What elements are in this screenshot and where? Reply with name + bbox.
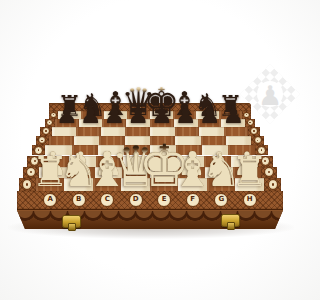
- file-label-e: E: [150, 191, 179, 210]
- frame-medallion: [22, 179, 32, 189]
- square-d2: [122, 167, 150, 179]
- frame-left-rank-4: [32, 145, 46, 155]
- file-medallion-d: D: [129, 193, 143, 207]
- board-frame-top-medallions: [58, 105, 242, 111]
- frame-medallion: [30, 156, 39, 165]
- square-g8: [196, 111, 219, 119]
- chess-logo-watermark: ♟: [240, 55, 300, 140]
- medallion-dot: [53, 114, 54, 115]
- file-letter: A: [48, 196, 53, 203]
- square-d1: [121, 178, 150, 190]
- square-c5: [99, 136, 124, 146]
- frame-right-rank-4: [255, 145, 269, 155]
- square-b5: [74, 136, 99, 146]
- frame-medallion: [257, 146, 266, 155]
- square-c4: [98, 145, 124, 155]
- square-g2: [205, 167, 233, 179]
- square-b1: [64, 178, 93, 190]
- square-e4: [150, 145, 176, 155]
- square-f5: [175, 136, 200, 146]
- product-photo: ABCDEFGH ♜♞♝♛♚♝♞♜♟♟♟♟♟♟♟♟♟♟♟♟♟♟♟♟♜♞♝♛♚♝♞…: [0, 0, 300, 300]
- square-g5: [201, 136, 226, 146]
- square-d5: [125, 136, 150, 146]
- frame-medallion: [26, 167, 36, 177]
- watermark-pawn-icon: ♟: [258, 82, 282, 109]
- frame-medallion: [113, 105, 119, 111]
- square-f6: [175, 127, 200, 136]
- frame-medallion: [268, 179, 278, 189]
- square-e6: [150, 127, 175, 136]
- frame-medallion: [228, 105, 234, 111]
- rank-1: [19, 178, 282, 190]
- frame-medallion: [50, 112, 57, 119]
- frame-corner-bottom-left: [17, 191, 36, 210]
- square-g4: [202, 145, 228, 155]
- square-d7: [126, 119, 150, 127]
- frame-left-rank-1: [19, 178, 36, 190]
- rank-6: [40, 127, 259, 136]
- frame-medallion: [264, 167, 274, 177]
- square-b3: [69, 156, 96, 167]
- square-f2: [178, 167, 206, 179]
- board-frame-top: [49, 103, 251, 111]
- file-label-c: C: [93, 191, 122, 210]
- square-f3: [177, 156, 204, 167]
- frame-left-rank-5: [36, 136, 49, 146]
- file-label-a: A: [36, 191, 65, 210]
- file-letter: F: [190, 196, 195, 203]
- frame-medallion: [90, 105, 96, 111]
- square-h3: [231, 156, 258, 167]
- box-front-edge: [17, 210, 283, 229]
- square-c8: [104, 111, 127, 119]
- square-d3: [123, 156, 150, 167]
- frame-medallion: [159, 105, 165, 111]
- file-label-h: H: [236, 191, 265, 210]
- square-b2: [67, 167, 95, 179]
- brass-clasp-left: [62, 215, 81, 228]
- square-a3: [42, 156, 69, 167]
- file-medallion-e: E: [157, 193, 171, 207]
- file-letter: D: [133, 196, 139, 203]
- medallion-dot: [45, 130, 47, 132]
- file-medallion-c: C: [100, 193, 114, 207]
- file-label-g: G: [207, 191, 236, 210]
- square-a1: [36, 178, 65, 190]
- medallion-dot: [41, 140, 43, 142]
- square-g6: [199, 127, 224, 136]
- square-e8: [150, 111, 173, 119]
- square-a5: [49, 136, 74, 146]
- rank-2: [23, 167, 277, 179]
- square-b4: [72, 145, 98, 155]
- frame-medallion: [67, 105, 73, 111]
- frame-medallion: [46, 119, 53, 126]
- medallion-dot: [34, 160, 36, 162]
- rank-8: [49, 111, 251, 119]
- medallion-dot: [261, 149, 263, 151]
- frame-medallion: [42, 127, 50, 135]
- square-b6: [76, 127, 101, 136]
- square-c3: [96, 156, 123, 167]
- square-h4: [228, 145, 254, 155]
- medallion-dot: [272, 183, 274, 185]
- square-b7: [79, 119, 103, 127]
- square-a6: [52, 127, 77, 136]
- square-c7: [102, 119, 126, 127]
- frame-medallion: [182, 105, 188, 111]
- medallion-dot: [38, 149, 40, 151]
- square-e1: [150, 178, 179, 190]
- frame-left-rank-3: [27, 156, 42, 167]
- square-h8: [219, 111, 242, 119]
- square-g7: [198, 119, 222, 127]
- square-e5: [150, 136, 175, 146]
- square-c2: [95, 167, 123, 179]
- brass-clasp-right: [221, 214, 240, 227]
- square-a8: [58, 111, 81, 119]
- square-a4: [45, 145, 71, 155]
- file-letter: G: [218, 196, 224, 203]
- rank-4: [32, 145, 269, 155]
- file-letter: B: [76, 196, 81, 203]
- rank-7: [45, 119, 256, 127]
- file-medallion-f: F: [186, 193, 200, 207]
- frame-right-rank-1: [264, 178, 281, 190]
- file-letter: E: [162, 196, 167, 203]
- square-h1: [235, 178, 264, 190]
- file-medallion-h: H: [243, 193, 257, 207]
- file-letter: C: [105, 196, 110, 203]
- square-f4: [176, 145, 202, 155]
- square-a2: [39, 167, 67, 179]
- frame-right-rank-2: [261, 167, 277, 179]
- rank-5: [36, 136, 264, 146]
- frame-medallion: [136, 105, 142, 111]
- square-d6: [125, 127, 150, 136]
- frame-corner-bottom-right: [264, 191, 283, 210]
- file-label-d: D: [122, 191, 151, 210]
- square-c6: [101, 127, 126, 136]
- square-f8: [173, 111, 196, 119]
- frame-medallion: [261, 156, 270, 165]
- square-a7: [55, 119, 79, 127]
- square-d8: [127, 111, 150, 119]
- frame-medallion: [38, 136, 46, 144]
- square-h2: [233, 167, 261, 179]
- square-g1: [207, 178, 236, 190]
- file-medallion-g: G: [214, 193, 228, 207]
- file-label-b: B: [65, 191, 94, 210]
- file-letter: H: [247, 196, 253, 203]
- file-label-f: F: [179, 191, 208, 210]
- frame-left-rank-8: [49, 111, 58, 119]
- square-c1: [93, 178, 122, 190]
- square-g3: [204, 156, 231, 167]
- frame-left-rank-2: [23, 167, 39, 179]
- square-f7: [174, 119, 198, 127]
- file-medallion-a: A: [43, 193, 57, 207]
- square-d4: [124, 145, 150, 155]
- medallion-dot: [268, 171, 270, 173]
- frame-left-rank-6: [40, 127, 51, 136]
- frame-medallion: [34, 146, 43, 155]
- square-b8: [81, 111, 104, 119]
- medallion-dot: [30, 171, 32, 173]
- square-e7: [150, 119, 174, 127]
- square-f1: [178, 178, 207, 190]
- board-frame-bottom: ABCDEFGH: [17, 191, 283, 211]
- rank-3: [27, 156, 272, 167]
- medallion-dot: [264, 160, 266, 162]
- square-e3: [150, 156, 177, 167]
- file-medallion-b: B: [72, 193, 86, 207]
- square-e2: [150, 167, 178, 179]
- frame-medallion: [205, 105, 211, 111]
- medallion-dot: [26, 183, 28, 185]
- frame-right-rank-3: [258, 156, 273, 167]
- frame-left-rank-7: [45, 119, 55, 127]
- medallion-dot: [49, 122, 50, 123]
